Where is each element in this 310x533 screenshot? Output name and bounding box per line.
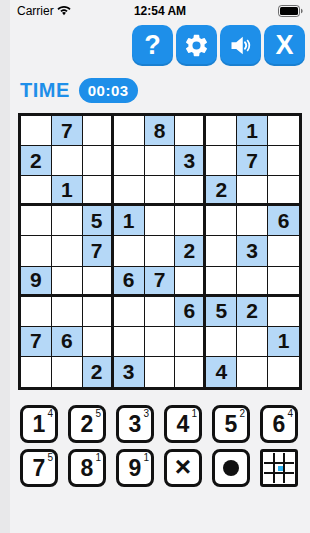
key-digit: 8 bbox=[81, 457, 94, 480]
key-4[interactable]: 41 bbox=[164, 405, 202, 443]
cell-r5c5[interactable] bbox=[145, 236, 176, 266]
cell-r2c3[interactable] bbox=[83, 146, 114, 176]
cell-r4c1[interactable] bbox=[21, 206, 52, 236]
key-digit: 9 bbox=[129, 457, 142, 480]
cell-r4c3[interactable]: 5 bbox=[83, 206, 114, 236]
cell-r4c4[interactable]: 1 bbox=[114, 206, 145, 236]
key-digit: 3 bbox=[129, 413, 142, 436]
dot-icon bbox=[223, 460, 239, 476]
cell-r6c6[interactable] bbox=[175, 267, 206, 297]
cell-r8c2[interactable]: 6 bbox=[52, 327, 83, 357]
close-label: X bbox=[275, 30, 293, 61]
carrier-label: Carrier bbox=[17, 4, 54, 18]
key-1[interactable]: 14 bbox=[20, 405, 58, 443]
timer-value: 00:03 bbox=[79, 78, 138, 103]
key-8[interactable]: 81 bbox=[68, 449, 106, 487]
cell-r1c2[interactable]: 7 bbox=[52, 116, 83, 146]
cell-r3c6[interactable] bbox=[175, 176, 206, 206]
cell-r5c9[interactable] bbox=[268, 236, 299, 266]
cell-r9c5[interactable] bbox=[145, 357, 176, 387]
timer-row: TIME 00:03 bbox=[20, 78, 138, 103]
cell-r3c7[interactable]: 2 bbox=[206, 176, 237, 206]
key-remaining-count: 4 bbox=[287, 408, 293, 419]
key-remaining-count: 5 bbox=[47, 452, 53, 463]
key-remaining-count: 1 bbox=[191, 408, 197, 419]
cell-r1c8[interactable]: 1 bbox=[237, 116, 268, 146]
wifi-icon bbox=[57, 6, 71, 17]
pencil-dot-key[interactable] bbox=[212, 449, 250, 487]
cell-r1c9[interactable] bbox=[268, 116, 299, 146]
cell-r1c7[interactable] bbox=[206, 116, 237, 146]
cell-r6c3[interactable] bbox=[83, 267, 114, 297]
time-label: TIME bbox=[20, 79, 70, 102]
cell-r2c2[interactable] bbox=[52, 146, 83, 176]
cell-r6c4[interactable]: 6 bbox=[114, 267, 145, 297]
key-remaining-count: 5 bbox=[95, 408, 101, 419]
key-5[interactable]: 52 bbox=[212, 405, 250, 443]
notes-grid-key[interactable] bbox=[260, 449, 298, 487]
cell-r2c1[interactable]: 2 bbox=[21, 146, 52, 176]
cell-r7c1[interactable] bbox=[21, 297, 52, 327]
cell-r5c2[interactable] bbox=[52, 236, 83, 266]
key-digit: 6 bbox=[273, 413, 286, 436]
cell-r5c4[interactable] bbox=[114, 236, 145, 266]
erase-key[interactable]: × bbox=[164, 449, 202, 487]
cell-r9c6[interactable] bbox=[175, 357, 206, 387]
speaker-icon bbox=[227, 32, 254, 59]
cell-r1c3[interactable] bbox=[83, 116, 114, 146]
cell-r8c7[interactable] bbox=[206, 327, 237, 357]
cell-r8c6[interactable] bbox=[175, 327, 206, 357]
cell-r5c7[interactable] bbox=[206, 236, 237, 266]
cell-r3c4[interactable] bbox=[114, 176, 145, 206]
keypad: 142533415264758191× bbox=[20, 405, 298, 487]
key-remaining-count: 3 bbox=[143, 408, 149, 419]
cell-r1c4[interactable] bbox=[114, 116, 145, 146]
key-digit: 7 bbox=[33, 457, 46, 480]
cell-r7c7[interactable]: 5 bbox=[206, 297, 237, 327]
cell-r2c7[interactable] bbox=[206, 146, 237, 176]
cell-r6c1[interactable]: 9 bbox=[21, 267, 52, 297]
key-digit: 4 bbox=[177, 413, 190, 436]
cell-r8c4[interactable] bbox=[114, 327, 145, 357]
cell-r1c1[interactable] bbox=[21, 116, 52, 146]
cell-r6c9[interactable] bbox=[268, 267, 299, 297]
cell-r9c4[interactable]: 3 bbox=[114, 357, 145, 387]
status-bar: Carrier 12:54 AM bbox=[10, 0, 310, 22]
mini-grid-mark bbox=[278, 466, 283, 471]
cell-r7c9[interactable] bbox=[268, 297, 299, 327]
help-button[interactable]: ? bbox=[132, 25, 173, 66]
help-label: ? bbox=[144, 30, 161, 61]
cell-r2c4[interactable] bbox=[114, 146, 145, 176]
cell-r6c2[interactable] bbox=[52, 267, 83, 297]
sound-button[interactable] bbox=[220, 25, 261, 66]
cell-r4c2[interactable] bbox=[52, 206, 83, 236]
cell-r3c3[interactable] bbox=[83, 176, 114, 206]
cell-r7c4[interactable] bbox=[114, 297, 145, 327]
toolbar: ? X bbox=[132, 25, 305, 66]
mini-grid-icon bbox=[264, 453, 294, 483]
cell-r4c8[interactable] bbox=[237, 206, 268, 236]
cell-r2c6[interactable]: 3 bbox=[175, 146, 206, 176]
cell-r3c2[interactable]: 1 bbox=[52, 176, 83, 206]
key-9[interactable]: 91 bbox=[116, 449, 154, 487]
cell-r1c5[interactable]: 8 bbox=[145, 116, 176, 146]
cell-r3c8[interactable] bbox=[237, 176, 268, 206]
cell-r5c1[interactable] bbox=[21, 236, 52, 266]
key-6[interactable]: 64 bbox=[260, 405, 298, 443]
battery-icon bbox=[278, 5, 303, 17]
cell-r9c9[interactable] bbox=[268, 357, 299, 387]
cell-r7c5[interactable] bbox=[145, 297, 176, 327]
cell-r8c3[interactable] bbox=[83, 327, 114, 357]
status-time: 12:54 AM bbox=[109, 4, 211, 18]
cell-r1c6[interactable] bbox=[175, 116, 206, 146]
cell-r2c8[interactable]: 7 bbox=[237, 146, 268, 176]
cell-r4c9[interactable]: 6 bbox=[268, 206, 299, 236]
cell-r7c2[interactable] bbox=[52, 297, 83, 327]
key-remaining-count: 1 bbox=[95, 452, 101, 463]
cell-r4c5[interactable] bbox=[145, 206, 176, 236]
app-root: Carrier 12:54 AM ? bbox=[10, 0, 310, 533]
cell-r8c9[interactable]: 1 bbox=[268, 327, 299, 357]
key-digit: 2 bbox=[81, 413, 94, 436]
cell-r5c6[interactable]: 2 bbox=[175, 236, 206, 266]
key-7[interactable]: 75 bbox=[20, 449, 58, 487]
cell-r6c5[interactable]: 7 bbox=[145, 267, 176, 297]
settings-button[interactable] bbox=[176, 25, 217, 66]
cell-r7c8[interactable]: 2 bbox=[237, 297, 268, 327]
cell-r4c7[interactable] bbox=[206, 206, 237, 236]
cell-r9c2[interactable] bbox=[52, 357, 83, 387]
key-remaining-count: 4 bbox=[47, 408, 53, 419]
key-remaining-count: 1 bbox=[143, 452, 149, 463]
erase-x-icon: × bbox=[175, 453, 191, 481]
cell-r5c8[interactable]: 3 bbox=[237, 236, 268, 266]
cell-r9c8[interactable] bbox=[237, 357, 268, 387]
key-remaining-count: 2 bbox=[239, 408, 245, 419]
cell-r3c1[interactable] bbox=[21, 176, 52, 206]
cell-r9c3[interactable]: 2 bbox=[83, 357, 114, 387]
cell-r3c5[interactable] bbox=[145, 176, 176, 206]
cell-r6c7[interactable] bbox=[206, 267, 237, 297]
close-button[interactable]: X bbox=[264, 25, 305, 66]
cell-r8c8[interactable] bbox=[237, 327, 268, 357]
cell-r3c9[interactable] bbox=[268, 176, 299, 206]
cell-r6c8[interactable] bbox=[237, 267, 268, 297]
key-3[interactable]: 33 bbox=[116, 405, 154, 443]
cell-r9c1[interactable] bbox=[21, 357, 52, 387]
cell-r2c5[interactable] bbox=[145, 146, 176, 176]
key-digit: 5 bbox=[225, 413, 238, 436]
cell-r9c7[interactable]: 4 bbox=[206, 357, 237, 387]
cell-r2c9[interactable] bbox=[268, 146, 299, 176]
cell-r4c6[interactable] bbox=[175, 206, 206, 236]
cell-r5c3[interactable]: 7 bbox=[83, 236, 114, 266]
cell-r8c1[interactable]: 7 bbox=[21, 327, 52, 357]
gear-icon bbox=[183, 32, 210, 59]
sudoku-board: 78123712516723967652761234 bbox=[18, 113, 302, 390]
key-digit: 1 bbox=[33, 413, 46, 436]
cell-r8c5[interactable] bbox=[145, 327, 176, 357]
cell-r7c3[interactable] bbox=[83, 297, 114, 327]
key-2[interactable]: 25 bbox=[68, 405, 106, 443]
cell-r7c6[interactable]: 6 bbox=[175, 297, 206, 327]
